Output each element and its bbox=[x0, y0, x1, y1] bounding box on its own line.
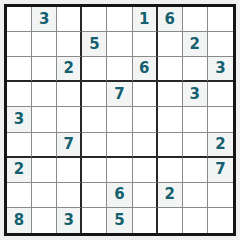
cell-r2c4[interactable]: 5 bbox=[82, 32, 107, 57]
cell-r2c8[interactable]: 2 bbox=[183, 32, 208, 57]
cell-r6c8[interactable] bbox=[183, 133, 208, 158]
cell-r5c9[interactable] bbox=[208, 107, 233, 132]
cell-r3c7[interactable] bbox=[158, 57, 183, 82]
cell-r7c9[interactable]: 7 bbox=[208, 158, 233, 183]
cell-r6c3[interactable]: 7 bbox=[57, 133, 82, 158]
cell-r5c1[interactable]: 3 bbox=[7, 107, 32, 132]
cell-r2c1[interactable] bbox=[7, 32, 32, 57]
cell-r1c8[interactable] bbox=[183, 7, 208, 32]
cell-r5c3[interactable] bbox=[57, 107, 82, 132]
cell-r4c1[interactable] bbox=[7, 82, 32, 107]
cell-r9c7[interactable] bbox=[158, 208, 183, 233]
cell-r2c2[interactable] bbox=[32, 32, 57, 57]
sudoku-board: 31652263733722762835 bbox=[4, 4, 236, 236]
cell-r3c2[interactable] bbox=[32, 57, 57, 82]
cell-r1c4[interactable] bbox=[82, 7, 107, 32]
cell-r4c4[interactable] bbox=[82, 82, 107, 107]
cell-r1c2[interactable]: 3 bbox=[32, 7, 57, 32]
cell-r4c7[interactable] bbox=[158, 82, 183, 107]
cell-r9c9[interactable] bbox=[208, 208, 233, 233]
cell-r7c2[interactable] bbox=[32, 158, 57, 183]
cell-r5c6[interactable] bbox=[133, 107, 158, 132]
cell-r3c5[interactable] bbox=[107, 57, 132, 82]
cell-r9c8[interactable] bbox=[183, 208, 208, 233]
cell-r6c1[interactable] bbox=[7, 133, 32, 158]
cell-r7c3[interactable] bbox=[57, 158, 82, 183]
cell-r2c9[interactable] bbox=[208, 32, 233, 57]
cell-r5c4[interactable] bbox=[82, 107, 107, 132]
cell-r6c4[interactable] bbox=[82, 133, 107, 158]
cell-r3c8[interactable] bbox=[183, 57, 208, 82]
cell-r1c3[interactable] bbox=[57, 7, 82, 32]
cell-r8c9[interactable] bbox=[208, 183, 233, 208]
cell-r9c4[interactable] bbox=[82, 208, 107, 233]
cell-r7c4[interactable] bbox=[82, 158, 107, 183]
cell-r9c3[interactable]: 3 bbox=[57, 208, 82, 233]
cell-r5c7[interactable] bbox=[158, 107, 183, 132]
cell-r4c8[interactable]: 3 bbox=[183, 82, 208, 107]
cell-r1c9[interactable] bbox=[208, 7, 233, 32]
cell-r8c8[interactable] bbox=[183, 183, 208, 208]
cell-r8c4[interactable] bbox=[82, 183, 107, 208]
cell-r4c9[interactable] bbox=[208, 82, 233, 107]
cell-r3c4[interactable] bbox=[82, 57, 107, 82]
cell-r6c6[interactable] bbox=[133, 133, 158, 158]
cell-r9c2[interactable] bbox=[32, 208, 57, 233]
cell-r4c6[interactable] bbox=[133, 82, 158, 107]
cell-r8c1[interactable] bbox=[7, 183, 32, 208]
cell-r7c5[interactable] bbox=[107, 158, 132, 183]
cell-r8c5[interactable]: 6 bbox=[107, 183, 132, 208]
cell-r8c3[interactable] bbox=[57, 183, 82, 208]
cell-r8c6[interactable] bbox=[133, 183, 158, 208]
cell-r1c6[interactable]: 1 bbox=[133, 7, 158, 32]
cell-r4c3[interactable] bbox=[57, 82, 82, 107]
cell-r3c9[interactable]: 3 bbox=[208, 57, 233, 82]
cell-r6c5[interactable] bbox=[107, 133, 132, 158]
cell-r8c2[interactable] bbox=[32, 183, 57, 208]
cell-r7c7[interactable] bbox=[158, 158, 183, 183]
cell-r9c6[interactable] bbox=[133, 208, 158, 233]
cell-r2c7[interactable] bbox=[158, 32, 183, 57]
cell-r6c7[interactable] bbox=[158, 133, 183, 158]
cell-r3c6[interactable]: 6 bbox=[133, 57, 158, 82]
cell-r5c2[interactable] bbox=[32, 107, 57, 132]
cell-r5c8[interactable] bbox=[183, 107, 208, 132]
cell-r2c6[interactable] bbox=[133, 32, 158, 57]
cell-r5c5[interactable] bbox=[107, 107, 132, 132]
cell-r3c3[interactable]: 2 bbox=[57, 57, 82, 82]
cell-r4c5[interactable]: 7 bbox=[107, 82, 132, 107]
cell-r2c3[interactable] bbox=[57, 32, 82, 57]
cell-r7c1[interactable]: 2 bbox=[7, 158, 32, 183]
cell-r4c2[interactable] bbox=[32, 82, 57, 107]
cell-r7c6[interactable] bbox=[133, 158, 158, 183]
cell-r2c5[interactable] bbox=[107, 32, 132, 57]
cell-r6c9[interactable]: 2 bbox=[208, 133, 233, 158]
cell-r6c2[interactable] bbox=[32, 133, 57, 158]
cell-r9c1[interactable]: 8 bbox=[7, 208, 32, 233]
cell-r7c8[interactable] bbox=[183, 158, 208, 183]
cell-r9c5[interactable]: 5 bbox=[107, 208, 132, 233]
cell-r1c7[interactable]: 6 bbox=[158, 7, 183, 32]
cell-r3c1[interactable] bbox=[7, 57, 32, 82]
cell-r8c7[interactable]: 2 bbox=[158, 183, 183, 208]
cell-r1c1[interactable] bbox=[7, 7, 32, 32]
cell-r1c5[interactable] bbox=[107, 7, 132, 32]
